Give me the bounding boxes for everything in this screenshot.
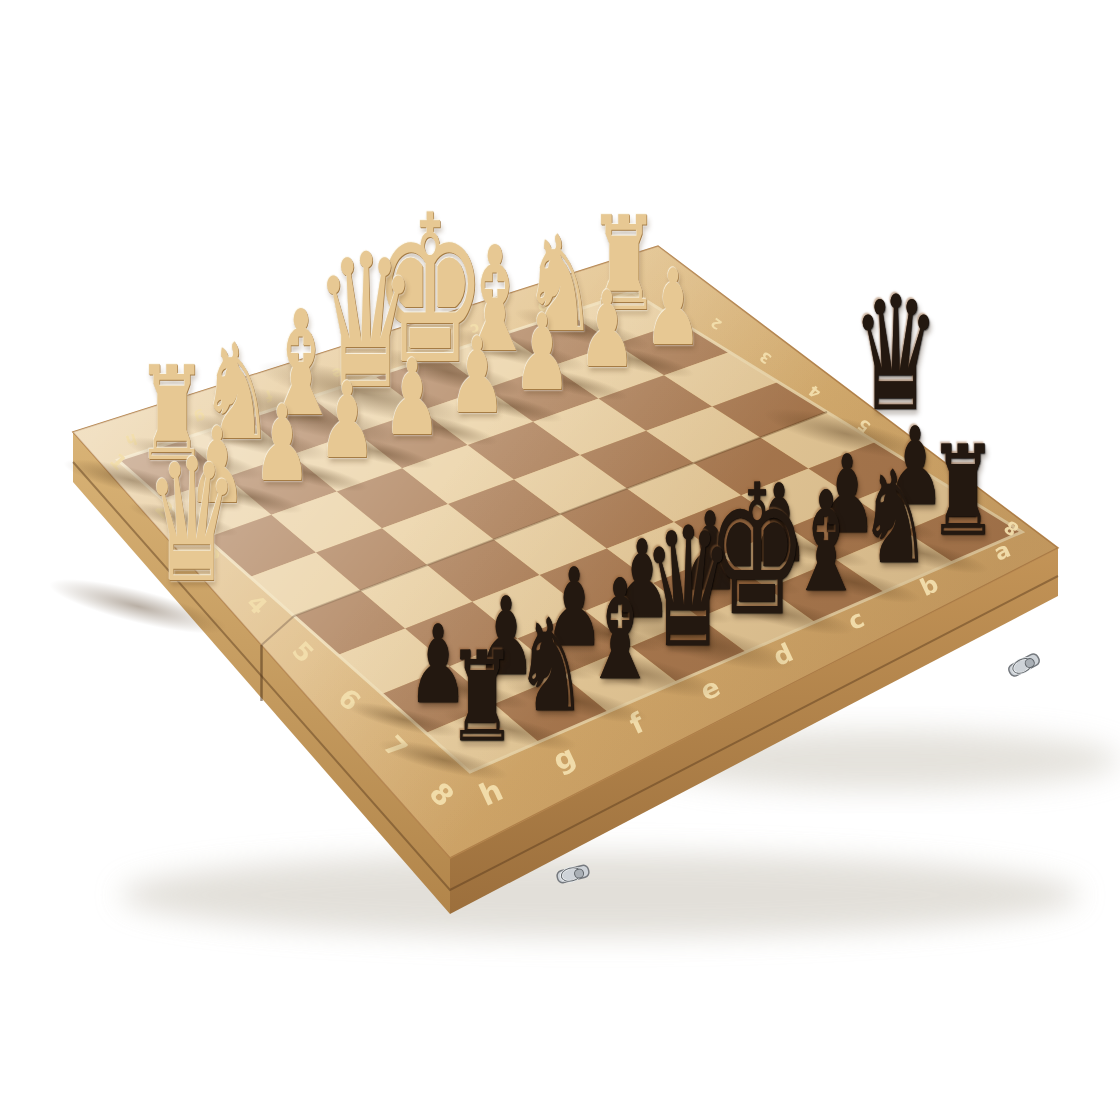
photo-stage: 1122334455667788hhggffeeddccbbaa ♜♞♟♝♟♚♟… xyxy=(0,0,1120,1120)
clasp-right[interactable] xyxy=(1007,652,1041,679)
piece-black-rook-h8[interactable]: ♜ xyxy=(427,635,538,759)
cast-shadow xyxy=(120,853,1080,937)
piece-white-queen-left-border-3[interactable]: ♛ xyxy=(116,436,268,606)
